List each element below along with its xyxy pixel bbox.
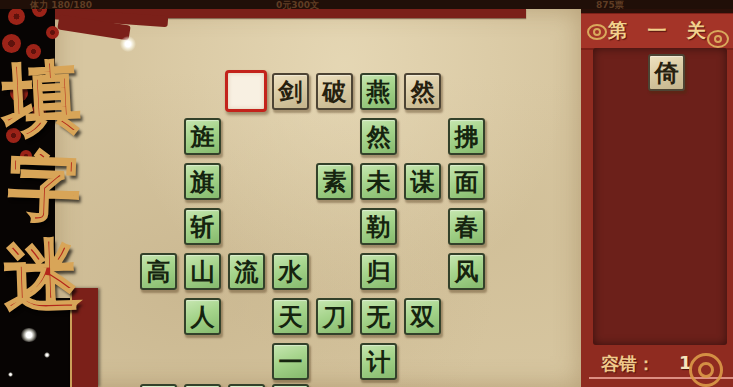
selected-blank-cell[interactable] xyxy=(225,70,267,112)
board-tile[interactable]: 然 xyxy=(360,118,397,155)
title-char-2: 字 xyxy=(6,139,81,237)
board-tile[interactable]: 勒 xyxy=(360,208,397,245)
right-panel: 第 一 关 倚 容错： 1 xyxy=(581,0,733,387)
tray-tile[interactable]: 倚 xyxy=(648,54,685,91)
board-tile[interactable]: 斩 xyxy=(184,208,221,245)
board-tile[interactable]: 旗 xyxy=(184,163,221,200)
cloud-motif-icon xyxy=(707,30,729,48)
tolerance-label: 容错： xyxy=(601,352,655,376)
board-tile[interactable]: 计 xyxy=(360,343,397,380)
board-tile[interactable]: 破 xyxy=(316,73,353,110)
plum-blossom-icon xyxy=(46,26,59,39)
board-tile[interactable]: 旌 xyxy=(184,118,221,155)
board-tile[interactable]: 谋 xyxy=(404,163,441,200)
tile-tray: 倚 xyxy=(593,48,727,345)
firework-light xyxy=(20,328,38,342)
board-tile[interactable]: 人 xyxy=(184,298,221,335)
sparkle-light xyxy=(120,36,136,52)
board-tile[interactable]: 归 xyxy=(360,253,397,290)
firework-light xyxy=(44,352,50,358)
game-screen: 剑 破 燕 然 旌 然 拂 旗 素 未 谋 面 斩 勒 春 高 山 流 水 归 … xyxy=(0,0,733,387)
board-tile[interactable]: 水 xyxy=(272,253,309,290)
board-tile[interactable]: 流 xyxy=(228,253,265,290)
title-char-3: 迷 xyxy=(2,225,82,331)
tickets-value: 875票 xyxy=(596,0,624,12)
board-tile[interactable]: 无 xyxy=(360,298,397,335)
board-tile[interactable]: 然 xyxy=(404,73,441,110)
board-tile[interactable]: 面 xyxy=(448,163,485,200)
stamina-value: 体力 180/180 xyxy=(30,0,92,12)
swirl-motif-icon xyxy=(689,353,723,387)
board-tile[interactable]: 剑 xyxy=(272,73,309,110)
level-label: 第 一 关 xyxy=(601,18,713,44)
board-tile[interactable]: 山 xyxy=(184,253,221,290)
level-banner: 第 一 关 xyxy=(581,13,733,50)
board-tile[interactable]: 双 xyxy=(404,298,441,335)
board-tile[interactable]: 未 xyxy=(360,163,397,200)
board-tile[interactable]: 拂 xyxy=(448,118,485,155)
board-tile[interactable]: 燕 xyxy=(360,73,397,110)
board-tile[interactable]: 天 xyxy=(272,298,309,335)
board-tile[interactable]: 风 xyxy=(448,253,485,290)
firework-light xyxy=(8,372,13,377)
board-tile[interactable]: 春 xyxy=(448,208,485,245)
board-tile[interactable]: 一 xyxy=(272,343,309,380)
plum-blossom-icon xyxy=(8,8,25,25)
board-tile[interactable]: 刀 xyxy=(316,298,353,335)
board-tile[interactable]: 高 xyxy=(140,253,177,290)
cloud-motif-icon xyxy=(587,24,607,40)
money-value: 0元300文 xyxy=(276,0,319,12)
title-char-1: 填 xyxy=(1,46,82,153)
status-bar: 体力 180/180 0元300文 875票 xyxy=(0,0,733,9)
board-tile[interactable]: 素 xyxy=(316,163,353,200)
